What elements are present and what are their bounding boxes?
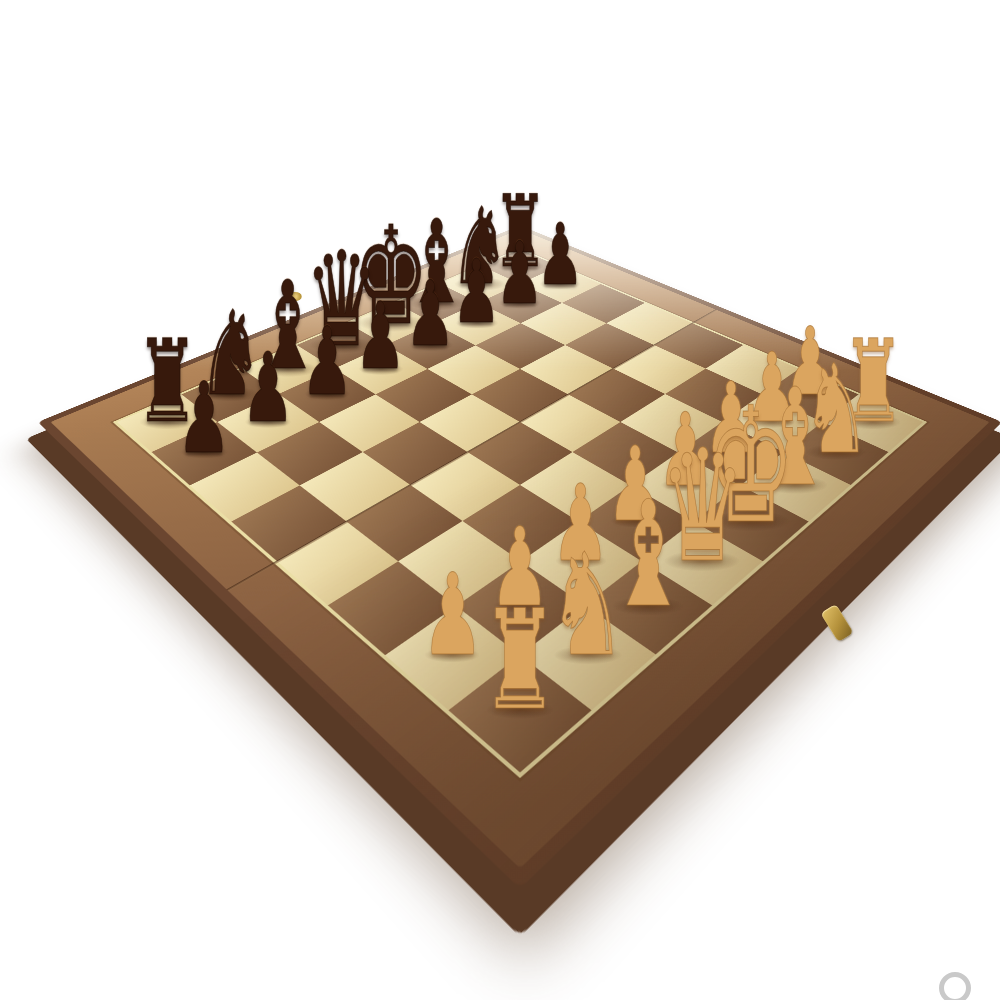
brass-clasp-icon [820,604,853,642]
product-photo: ♜♞♝♛♚♝♞♜♟♟♟♟♟♟♟♟♟♟♟♟♟♟♟♟♜♞♝♛♚♝♞♜ [0,0,1000,1000]
decorations-layer [0,0,1000,1000]
zoom-icon[interactable] [939,972,971,1000]
hinge-glint-icon [288,292,302,301]
